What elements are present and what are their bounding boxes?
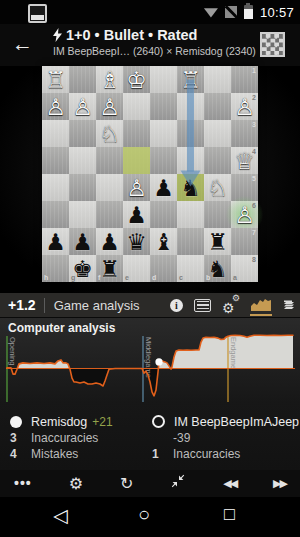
no-signal-icon xyxy=(225,6,237,18)
square-a2[interactable]: ♙2 xyxy=(231,93,258,120)
seek-backward-icon[interactable]: ◀◀ xyxy=(223,470,236,497)
piece-P[interactable]: ♙ xyxy=(42,93,69,120)
battery-icon xyxy=(244,5,253,19)
piece-P[interactable]: ♙ xyxy=(69,93,96,120)
square-g2[interactable]: ♙ xyxy=(69,93,96,120)
square-g7[interactable]: ♟ xyxy=(69,228,96,255)
square-e7[interactable]: ♛ xyxy=(123,228,150,255)
piece-N[interactable]: ♘ xyxy=(204,174,231,201)
square-d7[interactable]: ♝ xyxy=(150,228,177,255)
android-home-icon[interactable]: ○ xyxy=(138,503,150,526)
square-c3[interactable] xyxy=(177,120,204,147)
square-b4[interactable] xyxy=(204,147,231,174)
square-d3[interactable] xyxy=(150,120,177,147)
piece-K[interactable]: ♔ xyxy=(123,66,150,93)
square-a7[interactable]: 7 xyxy=(231,228,258,255)
square-f6[interactable] xyxy=(96,201,123,228)
square-h5[interactable] xyxy=(42,174,69,201)
white-mistakes-row: 4 Mistakes xyxy=(10,446,150,462)
black-player-dot-icon xyxy=(152,415,165,428)
square-e6[interactable]: ♟ xyxy=(123,201,150,228)
mini-board-icon[interactable] xyxy=(260,32,285,57)
bullet-bolt-icon xyxy=(53,28,62,42)
piece-p[interactable]: ♟ xyxy=(96,228,123,255)
analysis-summary: Remisdog +21 3 Inaccuracies 4 Mistakes I… xyxy=(0,413,300,469)
square-g1[interactable] xyxy=(69,66,96,93)
square-f2[interactable]: ♙ xyxy=(96,93,123,120)
square-c2[interactable] xyxy=(177,93,204,120)
square-c1[interactable]: ♖ xyxy=(177,66,204,93)
menu-dots-icon[interactable]: ••• xyxy=(14,470,32,497)
square-b1[interactable] xyxy=(204,66,231,93)
flip-board-icon[interactable]: ↻ xyxy=(120,470,133,497)
android-back-icon[interactable]: ◁ xyxy=(53,504,68,527)
white-inaccuracies-row: 3 Inaccuracies xyxy=(10,430,150,446)
square-h2[interactable]: ♙ xyxy=(42,93,69,120)
android-nav-bar: ◁ ○ □ xyxy=(0,497,300,537)
evaluation-graph[interactable]: OpeningMiddlegameEndgame xyxy=(0,331,300,411)
eval-score: +1.2 xyxy=(8,297,36,313)
square-d5[interactable]: ♟ xyxy=(150,174,177,201)
scoresheet-icon[interactable] xyxy=(194,299,211,312)
piece-p[interactable]: ♟ xyxy=(123,201,150,228)
square-d1[interactable] xyxy=(150,66,177,93)
seek-forward-icon[interactable]: ▶▶ xyxy=(273,470,286,497)
square-d6[interactable] xyxy=(150,201,177,228)
square-h7[interactable]: ♟ xyxy=(42,228,69,255)
piece-p[interactable]: ♟ xyxy=(150,174,177,201)
black-inaccuracies-row: 1 Inaccuracies xyxy=(152,446,298,462)
book-icon[interactable] xyxy=(282,298,296,312)
square-f5[interactable] xyxy=(96,174,123,201)
square-a1[interactable]: 1 xyxy=(231,66,258,93)
square-b8[interactable]: ♞b xyxy=(204,255,231,282)
square-a8[interactable]: a8 xyxy=(231,255,258,282)
piece-R[interactable]: ♖ xyxy=(177,66,204,93)
square-c4[interactable] xyxy=(177,147,204,174)
square-f4[interactable] xyxy=(96,147,123,174)
players-line: IM BeepBeepI… (2640) × Remisdog (2340) xyxy=(53,45,258,57)
square-b2[interactable] xyxy=(204,93,231,120)
back-arrow-icon[interactable]: ← xyxy=(12,31,33,57)
white-player-name: Remisdog xyxy=(31,415,87,429)
svg-text:Opening: Opening xyxy=(8,337,17,365)
divider xyxy=(44,298,45,313)
piece-R[interactable]: ♖ xyxy=(42,66,69,93)
status-bar: 10:57 xyxy=(0,0,300,24)
piece-q[interactable]: ♛ xyxy=(123,228,150,255)
square-b3[interactable] xyxy=(204,120,231,147)
square-c7[interactable] xyxy=(177,228,204,255)
square-h4[interactable] xyxy=(42,147,69,174)
screenshot-icon xyxy=(28,4,47,23)
square-b7[interactable]: ♜ xyxy=(204,228,231,255)
piece-P[interactable]: ♙ xyxy=(123,174,150,201)
square-a6[interactable]: ♙6 xyxy=(231,201,258,228)
square-g6[interactable] xyxy=(69,201,96,228)
chess-board[interactable]: ♖♗♔♖1♙♙♙♙2♘3♕4♙♟♞♘5♟♙6♟♟♟♛♝♜7h♚g♜fedc♞ba… xyxy=(42,66,258,282)
white-rating-delta: +21 xyxy=(92,415,112,429)
square-e4[interactable] xyxy=(123,147,150,174)
square-d4[interactable] xyxy=(150,147,177,174)
status-time: 10:57 xyxy=(260,5,294,20)
black-rating-delta-row: -39 xyxy=(152,430,298,446)
piece-P[interactable]: ♙ xyxy=(96,93,123,120)
bottom-toolbar: ••• ⚙ ↻ ◀◀ ▶▶ xyxy=(0,470,300,497)
square-g8[interactable]: ♚g xyxy=(69,255,96,282)
square-e1[interactable]: ♔ xyxy=(123,66,150,93)
square-h1[interactable]: ♖ xyxy=(42,66,69,93)
settings-gears-icon[interactable]: ⚙⚙ xyxy=(222,297,240,313)
square-h6[interactable] xyxy=(42,201,69,228)
square-a4[interactable]: ♕4 xyxy=(231,147,258,174)
wifi-icon xyxy=(204,7,218,18)
piece-p[interactable]: ♟ xyxy=(42,228,69,255)
piece-B[interactable]: ♗ xyxy=(96,66,123,93)
piece-b[interactable]: ♝ xyxy=(150,228,177,255)
black-rating-delta: -39 xyxy=(173,431,190,445)
piece-r[interactable]: ♜ xyxy=(204,228,231,255)
white-player-dot-icon xyxy=(10,416,22,428)
square-g5[interactable] xyxy=(69,174,96,201)
square-f8[interactable]: ♜f xyxy=(96,255,123,282)
square-f3[interactable]: ♘ xyxy=(96,120,123,147)
square-d2[interactable] xyxy=(150,93,177,120)
square-g4[interactable] xyxy=(69,147,96,174)
square-a3[interactable]: 3 xyxy=(231,120,258,147)
piece-N[interactable]: ♘ xyxy=(96,120,123,147)
square-h3[interactable] xyxy=(42,120,69,147)
settings-gear-icon[interactable]: ⚙ xyxy=(69,470,83,497)
black-player-name: IM BeepBeepImAJeep xyxy=(174,415,299,429)
piece-n[interactable]: ♞ xyxy=(177,174,204,201)
app-header: ← 1+0 • Bullet • Rated IM BeepBeepI… (26… xyxy=(0,24,300,66)
square-c8[interactable]: c xyxy=(177,255,204,282)
piece-p[interactable]: ♟ xyxy=(69,228,96,255)
svg-text:Endgame: Endgame xyxy=(229,337,238,369)
square-c6[interactable] xyxy=(177,201,204,228)
info-icon[interactable]: i xyxy=(170,299,183,312)
square-e3[interactable] xyxy=(123,120,150,147)
square-b5[interactable]: ♘ xyxy=(204,174,231,201)
square-f7[interactable]: ♟ xyxy=(96,228,123,255)
android-recents-icon[interactable]: □ xyxy=(224,504,235,525)
square-f1[interactable]: ♗ xyxy=(96,66,123,93)
tab-bar-label: Game analysis xyxy=(54,298,140,313)
game-title: 1+0 • Bullet • Rated xyxy=(66,27,197,43)
analysis-chart-icon[interactable] xyxy=(251,297,271,313)
analysis-tab-bar: +1.2 Game analysis i ⚙⚙ xyxy=(0,293,300,318)
square-c5[interactable]: ♞ xyxy=(177,174,204,201)
collapse-icon[interactable] xyxy=(170,470,186,497)
square-e8[interactable]: e xyxy=(123,255,150,282)
app-screen: 10:57 ← 1+0 • Bullet • Rated IM BeepBeep… xyxy=(0,0,300,537)
square-h8[interactable]: h xyxy=(42,255,69,282)
square-g3[interactable] xyxy=(69,120,96,147)
square-e5[interactable]: ♙ xyxy=(123,174,150,201)
square-e2[interactable] xyxy=(123,93,150,120)
square-d8[interactable]: d xyxy=(150,255,177,282)
